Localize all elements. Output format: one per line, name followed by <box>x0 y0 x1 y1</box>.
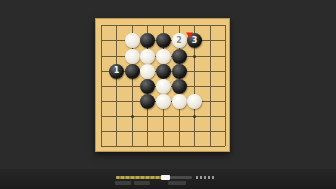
control-button-3[interactable] <box>168 181 186 185</box>
star-point <box>193 55 196 58</box>
black-stone <box>172 49 187 64</box>
control-button-1[interactable] <box>115 181 131 185</box>
go-board[interactable]: 231 <box>95 18 230 152</box>
video-frame: 231 <box>0 0 336 189</box>
black-stone <box>156 64 171 79</box>
white-stone <box>156 94 171 109</box>
progress-bar[interactable] <box>116 176 192 179</box>
grid-line-v <box>225 25 226 146</box>
black-stone <box>172 64 187 79</box>
black-stone-move-1: 1 <box>109 64 124 79</box>
black-stone <box>140 94 155 109</box>
white-stone <box>140 49 155 64</box>
grid-line-h <box>101 116 226 117</box>
white-stone <box>187 94 202 109</box>
star-point <box>193 115 196 118</box>
star-point <box>131 115 134 118</box>
grid-line-h <box>101 146 226 147</box>
black-stone <box>140 33 155 48</box>
black-stone <box>172 79 187 94</box>
status-text <box>196 176 216 179</box>
progress-thumb[interactable] <box>161 175 170 180</box>
grid-line-v <box>210 25 211 146</box>
progress-fill <box>116 176 163 179</box>
white-stone <box>172 94 187 109</box>
black-stone <box>125 64 140 79</box>
black-stone <box>156 33 171 48</box>
white-stone <box>125 49 140 64</box>
white-stone <box>140 64 155 79</box>
white-stone <box>125 33 140 48</box>
white-stone-move-2: 2 <box>172 33 187 48</box>
grid-line-h <box>101 131 226 132</box>
black-stone <box>140 79 155 94</box>
white-stone <box>156 79 171 94</box>
control-button-2[interactable] <box>134 181 150 185</box>
white-stone <box>156 49 171 64</box>
